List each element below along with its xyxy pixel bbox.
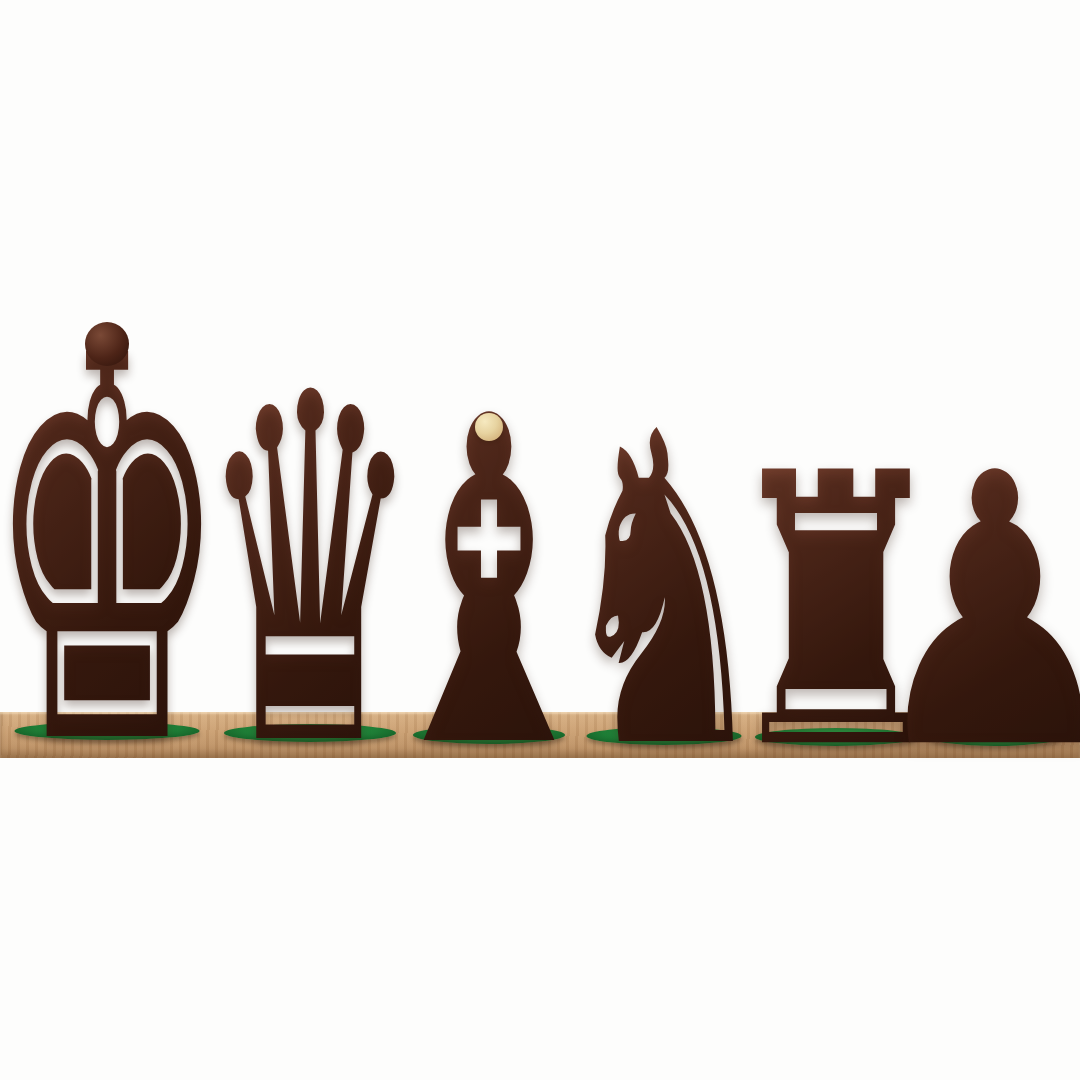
bishop-cream-ball-finial	[475, 413, 503, 441]
pawn-piece-icon: ♟	[864, 425, 1080, 800]
king-ball-finial	[85, 322, 129, 366]
chess-set-product-photo: ♚ ♛ ♝ ♞ ♜ ♟	[0, 0, 1080, 1080]
